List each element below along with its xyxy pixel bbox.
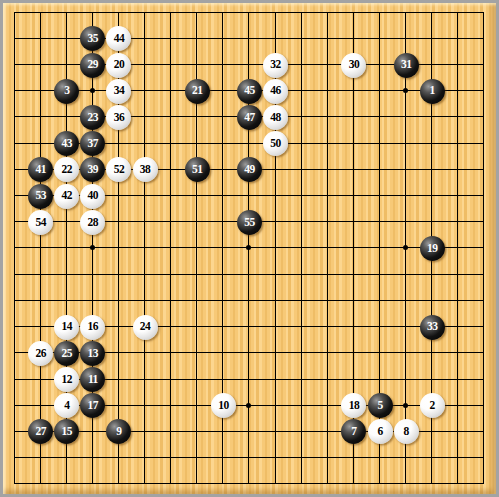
intersection[interactable] (445, 261, 471, 287)
intersection[interactable] (158, 0, 184, 25)
intersection[interactable] (79, 78, 105, 104)
intersection[interactable] (236, 445, 262, 471)
intersection[interactable] (393, 340, 419, 366)
intersection[interactable] (1, 314, 27, 340)
intersection[interactable]: 1 (419, 78, 445, 104)
intersection[interactable] (79, 235, 105, 261)
intersection[interactable] (132, 0, 158, 25)
intersection[interactable] (419, 366, 445, 392)
intersection[interactable] (53, 104, 79, 130)
intersection[interactable] (158, 314, 184, 340)
intersection[interactable] (210, 182, 236, 208)
intersection[interactable] (340, 314, 366, 340)
intersection[interactable] (184, 182, 210, 208)
intersection[interactable] (1, 340, 27, 366)
intersection[interactable] (471, 104, 497, 130)
intersection[interactable]: 24 (132, 314, 158, 340)
intersection[interactable] (471, 130, 497, 156)
intersection[interactable]: 10 (210, 392, 236, 418)
intersection[interactable]: 34 (105, 78, 131, 104)
intersection[interactable] (53, 235, 79, 261)
intersection[interactable] (53, 25, 79, 51)
intersection[interactable] (184, 418, 210, 444)
intersection[interactable] (184, 51, 210, 77)
intersection[interactable] (419, 445, 445, 471)
intersection[interactable] (236, 471, 262, 497)
intersection[interactable] (445, 314, 471, 340)
intersection[interactable] (288, 287, 314, 313)
intersection[interactable] (262, 0, 288, 25)
intersection[interactable]: 39 (79, 156, 105, 182)
intersection[interactable] (105, 130, 131, 156)
intersection[interactable] (158, 366, 184, 392)
intersection[interactable] (288, 130, 314, 156)
intersection[interactable] (366, 366, 392, 392)
intersection[interactable]: 48 (262, 104, 288, 130)
intersection[interactable] (471, 471, 497, 497)
intersection[interactable] (314, 340, 340, 366)
intersection[interactable] (288, 182, 314, 208)
intersection[interactable] (1, 261, 27, 287)
intersection[interactable] (314, 261, 340, 287)
intersection[interactable] (393, 471, 419, 497)
intersection[interactable] (132, 471, 158, 497)
intersection[interactable] (366, 0, 392, 25)
intersection[interactable] (158, 471, 184, 497)
intersection[interactable] (132, 209, 158, 235)
intersection[interactable] (314, 209, 340, 235)
intersection[interactable] (340, 0, 366, 25)
intersection[interactable] (471, 78, 497, 104)
intersection[interactable] (419, 418, 445, 444)
intersection[interactable] (340, 104, 366, 130)
intersection[interactable] (314, 78, 340, 104)
intersection[interactable]: 43 (53, 130, 79, 156)
intersection[interactable] (419, 182, 445, 208)
intersection[interactable] (471, 182, 497, 208)
intersection[interactable] (471, 51, 497, 77)
intersection[interactable] (158, 182, 184, 208)
intersection[interactable] (340, 156, 366, 182)
intersection[interactable]: 33 (419, 314, 445, 340)
intersection[interactable] (393, 104, 419, 130)
intersection[interactable] (445, 471, 471, 497)
intersection[interactable] (393, 235, 419, 261)
intersection[interactable] (471, 392, 497, 418)
intersection[interactable] (288, 0, 314, 25)
intersection[interactable]: 42 (53, 182, 79, 208)
intersection[interactable] (210, 51, 236, 77)
intersection[interactable] (366, 445, 392, 471)
intersection[interactable] (53, 471, 79, 497)
intersection[interactable] (1, 104, 27, 130)
intersection[interactable] (366, 471, 392, 497)
intersection[interactable] (445, 287, 471, 313)
intersection[interactable] (158, 130, 184, 156)
intersection[interactable]: 55 (236, 209, 262, 235)
intersection[interactable] (158, 104, 184, 130)
intersection[interactable] (262, 366, 288, 392)
intersection[interactable]: 40 (79, 182, 105, 208)
intersection[interactable] (184, 25, 210, 51)
intersection[interactable]: 25 (53, 340, 79, 366)
intersection[interactable] (366, 235, 392, 261)
intersection[interactable]: 2 (419, 392, 445, 418)
intersection[interactable]: 54 (27, 209, 53, 235)
intersection[interactable] (314, 25, 340, 51)
intersection[interactable] (210, 235, 236, 261)
intersection[interactable] (419, 0, 445, 25)
intersection[interactable]: 30 (340, 51, 366, 77)
intersection[interactable] (314, 287, 340, 313)
intersection[interactable] (27, 445, 53, 471)
intersection[interactable] (445, 366, 471, 392)
intersection[interactable]: 47 (236, 104, 262, 130)
intersection[interactable] (1, 78, 27, 104)
intersection[interactable]: 14 (53, 314, 79, 340)
intersection[interactable]: 8 (393, 418, 419, 444)
intersection[interactable] (314, 314, 340, 340)
intersection[interactable]: 6 (366, 418, 392, 444)
intersection[interactable] (210, 287, 236, 313)
intersection[interactable] (236, 51, 262, 77)
intersection[interactable] (236, 261, 262, 287)
intersection[interactable]: 36 (105, 104, 131, 130)
intersection[interactable] (445, 51, 471, 77)
intersection[interactable] (158, 209, 184, 235)
intersection[interactable] (471, 156, 497, 182)
intersection[interactable] (236, 130, 262, 156)
intersection[interactable] (262, 182, 288, 208)
intersection[interactable] (419, 340, 445, 366)
intersection[interactable] (314, 471, 340, 497)
intersection[interactable] (210, 471, 236, 497)
intersection[interactable] (419, 130, 445, 156)
intersection[interactable] (27, 0, 53, 25)
intersection[interactable] (1, 130, 27, 156)
intersection[interactable] (262, 156, 288, 182)
intersection[interactable] (366, 130, 392, 156)
intersection[interactable] (27, 130, 53, 156)
intersection[interactable] (1, 156, 27, 182)
intersection[interactable] (288, 418, 314, 444)
intersection[interactable]: 9 (105, 418, 131, 444)
intersection[interactable] (288, 471, 314, 497)
intersection[interactable] (210, 78, 236, 104)
intersection[interactable] (340, 261, 366, 287)
intersection[interactable] (132, 392, 158, 418)
intersection[interactable] (53, 0, 79, 25)
intersection[interactable] (53, 51, 79, 77)
intersection[interactable] (1, 392, 27, 418)
intersection[interactable] (210, 366, 236, 392)
intersection[interactable] (1, 471, 27, 497)
intersection[interactable] (419, 51, 445, 77)
intersection[interactable] (471, 235, 497, 261)
intersection[interactable]: 32 (262, 51, 288, 77)
intersection[interactable]: 45 (236, 78, 262, 104)
intersection[interactable] (53, 287, 79, 313)
intersection[interactable] (210, 261, 236, 287)
intersection[interactable]: 29 (79, 51, 105, 77)
intersection[interactable] (236, 392, 262, 418)
intersection[interactable] (314, 235, 340, 261)
intersection[interactable] (262, 314, 288, 340)
intersection[interactable] (1, 235, 27, 261)
intersection[interactable] (340, 445, 366, 471)
intersection[interactable] (1, 51, 27, 77)
intersection[interactable] (314, 445, 340, 471)
intersection[interactable] (27, 261, 53, 287)
intersection[interactable] (366, 78, 392, 104)
intersection[interactable] (132, 445, 158, 471)
intersection[interactable] (158, 445, 184, 471)
intersection[interactable] (210, 104, 236, 130)
intersection[interactable] (314, 182, 340, 208)
intersection[interactable] (1, 287, 27, 313)
intersection[interactable] (184, 314, 210, 340)
intersection[interactable] (1, 445, 27, 471)
intersection[interactable] (27, 51, 53, 77)
intersection[interactable] (79, 418, 105, 444)
intersection[interactable]: 19 (419, 235, 445, 261)
intersection[interactable] (314, 104, 340, 130)
intersection[interactable] (288, 314, 314, 340)
intersection[interactable]: 38 (132, 156, 158, 182)
intersection[interactable] (445, 0, 471, 25)
intersection[interactable] (105, 366, 131, 392)
intersection[interactable] (27, 25, 53, 51)
intersection[interactable] (419, 261, 445, 287)
intersection[interactable]: 11 (79, 366, 105, 392)
intersection[interactable] (27, 392, 53, 418)
intersection[interactable]: 46 (262, 78, 288, 104)
intersection[interactable] (236, 235, 262, 261)
intersection[interactable] (210, 418, 236, 444)
intersection[interactable] (105, 235, 131, 261)
intersection[interactable] (340, 235, 366, 261)
intersection[interactable] (471, 445, 497, 471)
intersection[interactable] (262, 392, 288, 418)
intersection[interactable] (158, 235, 184, 261)
intersection[interactable] (340, 340, 366, 366)
intersection[interactable] (419, 25, 445, 51)
intersection[interactable] (132, 182, 158, 208)
intersection[interactable] (340, 182, 366, 208)
intersection[interactable] (366, 287, 392, 313)
intersection[interactable] (53, 445, 79, 471)
intersection[interactable] (236, 314, 262, 340)
intersection[interactable]: 53 (27, 182, 53, 208)
intersection[interactable] (471, 261, 497, 287)
intersection[interactable] (1, 366, 27, 392)
intersection[interactable] (471, 209, 497, 235)
intersection[interactable] (132, 130, 158, 156)
intersection[interactable]: 44 (105, 25, 131, 51)
intersection[interactable] (445, 340, 471, 366)
intersection[interactable] (340, 287, 366, 313)
intersection[interactable] (184, 104, 210, 130)
intersection[interactable] (366, 51, 392, 77)
intersection[interactable] (262, 418, 288, 444)
intersection[interactable] (210, 340, 236, 366)
intersection[interactable] (471, 366, 497, 392)
intersection[interactable]: 31 (393, 51, 419, 77)
intersection[interactable] (53, 209, 79, 235)
intersection[interactable] (210, 130, 236, 156)
intersection[interactable] (1, 209, 27, 235)
intersection[interactable] (340, 471, 366, 497)
intersection[interactable] (1, 182, 27, 208)
intersection[interactable] (210, 209, 236, 235)
intersection[interactable] (393, 182, 419, 208)
intersection[interactable] (393, 156, 419, 182)
intersection[interactable] (288, 25, 314, 51)
intersection[interactable]: 4 (53, 392, 79, 418)
intersection[interactable] (105, 471, 131, 497)
intersection[interactable] (1, 418, 27, 444)
intersection[interactable] (262, 261, 288, 287)
intersection[interactable]: 15 (53, 418, 79, 444)
intersection[interactable] (79, 287, 105, 313)
intersection[interactable]: 26 (27, 340, 53, 366)
intersection[interactable] (288, 78, 314, 104)
intersection[interactable] (184, 366, 210, 392)
intersection[interactable]: 20 (105, 51, 131, 77)
intersection[interactable] (445, 209, 471, 235)
intersection[interactable] (236, 287, 262, 313)
intersection[interactable] (236, 25, 262, 51)
intersection[interactable]: 22 (53, 156, 79, 182)
intersection[interactable]: 16 (79, 314, 105, 340)
intersection[interactable] (393, 366, 419, 392)
intersection[interactable] (445, 445, 471, 471)
intersection[interactable] (158, 340, 184, 366)
intersection[interactable]: 21 (184, 78, 210, 104)
intersection[interactable] (288, 392, 314, 418)
intersection[interactable]: 12 (53, 366, 79, 392)
intersection[interactable] (366, 209, 392, 235)
intersection[interactable] (132, 104, 158, 130)
intersection[interactable] (393, 130, 419, 156)
intersection[interactable] (471, 418, 497, 444)
intersection[interactable] (27, 471, 53, 497)
intersection[interactable] (366, 25, 392, 51)
intersection[interactable] (419, 471, 445, 497)
intersection[interactable] (288, 366, 314, 392)
intersection[interactable] (262, 287, 288, 313)
intersection[interactable] (53, 261, 79, 287)
intersection[interactable] (184, 392, 210, 418)
intersection[interactable] (340, 25, 366, 51)
intersection[interactable] (340, 78, 366, 104)
intersection[interactable] (105, 182, 131, 208)
intersection[interactable] (445, 392, 471, 418)
intersection[interactable] (262, 471, 288, 497)
intersection[interactable] (288, 209, 314, 235)
intersection[interactable] (393, 261, 419, 287)
intersection[interactable] (419, 104, 445, 130)
intersection[interactable] (262, 445, 288, 471)
intersection[interactable] (27, 78, 53, 104)
intersection[interactable] (105, 314, 131, 340)
intersection[interactable] (419, 287, 445, 313)
intersection[interactable] (158, 418, 184, 444)
intersection[interactable]: 13 (79, 340, 105, 366)
intersection[interactable] (445, 182, 471, 208)
intersection[interactable] (105, 261, 131, 287)
intersection[interactable] (393, 0, 419, 25)
intersection[interactable] (340, 130, 366, 156)
intersection[interactable] (393, 25, 419, 51)
intersection[interactable] (210, 314, 236, 340)
intersection[interactable] (262, 25, 288, 51)
intersection[interactable] (210, 0, 236, 25)
intersection[interactable]: 35 (79, 25, 105, 51)
intersection[interactable]: 7 (340, 418, 366, 444)
intersection[interactable] (288, 261, 314, 287)
intersection[interactable]: 17 (79, 392, 105, 418)
intersection[interactable] (314, 0, 340, 25)
intersection[interactable] (158, 78, 184, 104)
intersection[interactable] (184, 445, 210, 471)
intersection[interactable] (471, 340, 497, 366)
intersection[interactable] (236, 182, 262, 208)
intersection[interactable]: 41 (27, 156, 53, 182)
intersection[interactable]: 50 (262, 130, 288, 156)
intersection[interactable] (288, 156, 314, 182)
intersection[interactable] (210, 445, 236, 471)
intersection[interactable] (132, 340, 158, 366)
intersection[interactable] (445, 104, 471, 130)
intersection[interactable] (314, 130, 340, 156)
intersection[interactable] (1, 25, 27, 51)
intersection[interactable] (158, 25, 184, 51)
intersection[interactable] (79, 0, 105, 25)
intersection[interactable]: 52 (105, 156, 131, 182)
intersection[interactable]: 18 (340, 392, 366, 418)
intersection[interactable] (393, 209, 419, 235)
intersection[interactable] (471, 0, 497, 25)
intersection[interactable] (27, 104, 53, 130)
intersection[interactable] (27, 287, 53, 313)
intersection[interactable] (393, 392, 419, 418)
intersection[interactable] (288, 235, 314, 261)
intersection[interactable] (105, 209, 131, 235)
intersection[interactable] (132, 366, 158, 392)
intersection[interactable]: 51 (184, 156, 210, 182)
intersection[interactable] (184, 209, 210, 235)
intersection[interactable] (27, 235, 53, 261)
intersection[interactable] (79, 471, 105, 497)
intersection[interactable] (419, 156, 445, 182)
intersection[interactable]: 28 (79, 209, 105, 235)
intersection[interactable] (340, 366, 366, 392)
intersection[interactable] (340, 209, 366, 235)
intersection[interactable] (366, 261, 392, 287)
intersection[interactable] (288, 445, 314, 471)
intersection[interactable] (184, 261, 210, 287)
intersection[interactable] (445, 156, 471, 182)
intersection[interactable] (105, 0, 131, 25)
intersection[interactable] (314, 156, 340, 182)
intersection[interactable] (366, 314, 392, 340)
intersection[interactable] (132, 51, 158, 77)
intersection[interactable] (366, 104, 392, 130)
intersection[interactable] (158, 287, 184, 313)
intersection[interactable] (419, 209, 445, 235)
intersection[interactable] (393, 445, 419, 471)
